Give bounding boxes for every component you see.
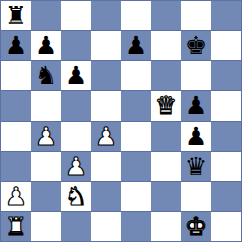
white-knight[interactable]: ♞ bbox=[65, 184, 87, 209]
square-h7[interactable] bbox=[211, 31, 241, 60]
square-d1[interactable] bbox=[91, 212, 121, 241]
white-king[interactable]: ♚ bbox=[185, 214, 207, 239]
square-a7[interactable]: ♟ bbox=[1, 31, 31, 60]
white-pawn[interactable]: ♟ bbox=[35, 124, 57, 149]
square-b6[interactable]: ♞ bbox=[31, 61, 61, 90]
square-d7[interactable] bbox=[91, 31, 121, 60]
square-h6[interactable] bbox=[211, 61, 241, 90]
square-f5[interactable]: ♛ bbox=[151, 91, 181, 120]
square-a2[interactable]: ♟ bbox=[1, 182, 31, 211]
square-h3[interactable] bbox=[211, 152, 241, 181]
square-d5[interactable] bbox=[91, 91, 121, 120]
square-a1[interactable]: ♜ bbox=[1, 212, 31, 241]
square-f8[interactable] bbox=[151, 1, 181, 30]
square-e5[interactable] bbox=[121, 91, 151, 120]
square-d3[interactable] bbox=[91, 152, 121, 181]
black-pawn[interactable]: ♟ bbox=[185, 124, 207, 149]
black-pawn[interactable]: ♟ bbox=[185, 93, 207, 118]
square-f4[interactable] bbox=[151, 122, 181, 151]
black-rook[interactable]: ♜ bbox=[5, 3, 27, 28]
square-a8[interactable]: ♜ bbox=[1, 1, 31, 30]
square-a6[interactable] bbox=[1, 61, 31, 90]
white-pawn[interactable]: ♟ bbox=[65, 154, 87, 179]
square-c8[interactable] bbox=[61, 1, 91, 30]
square-d6[interactable] bbox=[91, 61, 121, 90]
black-pawn[interactable]: ♟ bbox=[35, 33, 57, 58]
square-g8[interactable] bbox=[181, 1, 211, 30]
square-g7[interactable]: ♚ bbox=[181, 31, 211, 60]
square-f1[interactable] bbox=[151, 212, 181, 241]
white-rook[interactable]: ♜ bbox=[5, 214, 27, 239]
square-e7[interactable]: ♟ bbox=[121, 31, 151, 60]
white-pawn[interactable]: ♟ bbox=[95, 124, 117, 149]
square-g6[interactable] bbox=[181, 61, 211, 90]
white-pawn[interactable]: ♟ bbox=[5, 184, 27, 209]
square-a4[interactable] bbox=[1, 122, 31, 151]
square-f3[interactable] bbox=[151, 152, 181, 181]
square-b3[interactable] bbox=[31, 152, 61, 181]
square-f7[interactable] bbox=[151, 31, 181, 60]
square-d4[interactable]: ♟ bbox=[91, 122, 121, 151]
black-pawn[interactable]: ♟ bbox=[5, 33, 27, 58]
square-h2[interactable] bbox=[211, 182, 241, 211]
square-b2[interactable] bbox=[31, 182, 61, 211]
square-h8[interactable] bbox=[211, 1, 241, 30]
square-h5[interactable] bbox=[211, 91, 241, 120]
square-c1[interactable] bbox=[61, 212, 91, 241]
square-c6[interactable]: ♟ bbox=[61, 61, 91, 90]
square-c4[interactable] bbox=[61, 122, 91, 151]
square-e8[interactable] bbox=[121, 1, 151, 30]
square-c3[interactable]: ♟ bbox=[61, 152, 91, 181]
square-f2[interactable] bbox=[151, 182, 181, 211]
square-e1[interactable] bbox=[121, 212, 151, 241]
black-king[interactable]: ♚ bbox=[185, 33, 207, 58]
square-a5[interactable] bbox=[1, 91, 31, 120]
square-g1[interactable]: ♚ bbox=[181, 212, 211, 241]
square-e3[interactable] bbox=[121, 152, 151, 181]
black-pawn[interactable]: ♟ bbox=[65, 63, 87, 88]
square-e2[interactable] bbox=[121, 182, 151, 211]
black-queen[interactable]: ♛ bbox=[185, 154, 207, 179]
square-c2[interactable]: ♞ bbox=[61, 182, 91, 211]
square-b4[interactable]: ♟ bbox=[31, 122, 61, 151]
square-b5[interactable] bbox=[31, 91, 61, 120]
square-g4[interactable]: ♟ bbox=[181, 122, 211, 151]
black-pawn[interactable]: ♟ bbox=[125, 33, 147, 58]
square-c5[interactable] bbox=[61, 91, 91, 120]
square-b8[interactable] bbox=[31, 1, 61, 30]
square-g2[interactable] bbox=[181, 182, 211, 211]
square-a3[interactable] bbox=[1, 152, 31, 181]
square-h4[interactable] bbox=[211, 122, 241, 151]
square-b7[interactable]: ♟ bbox=[31, 31, 61, 60]
square-g3[interactable]: ♛ bbox=[181, 152, 211, 181]
square-d2[interactable] bbox=[91, 182, 121, 211]
square-e4[interactable] bbox=[121, 122, 151, 151]
chess-board: ♜♟♟♟♚♞♟♛♟♟♟♟♟♛♟♞♜♚ bbox=[0, 0, 242, 242]
white-queen[interactable]: ♛ bbox=[155, 93, 177, 118]
square-d8[interactable] bbox=[91, 1, 121, 30]
square-h1[interactable] bbox=[211, 212, 241, 241]
square-b1[interactable] bbox=[31, 212, 61, 241]
square-f6[interactable] bbox=[151, 61, 181, 90]
black-knight[interactable]: ♞ bbox=[35, 63, 57, 88]
square-g5[interactable]: ♟ bbox=[181, 91, 211, 120]
square-e6[interactable] bbox=[121, 61, 151, 90]
square-c7[interactable] bbox=[61, 31, 91, 60]
